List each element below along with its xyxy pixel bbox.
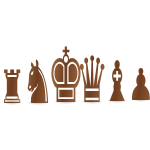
chess-set-photo: ♜ ♞ ♚ ♛ ♝ ♟ <box>0 0 150 150</box>
chess-piece-pawn: ♟ <box>114 63 150 107</box>
